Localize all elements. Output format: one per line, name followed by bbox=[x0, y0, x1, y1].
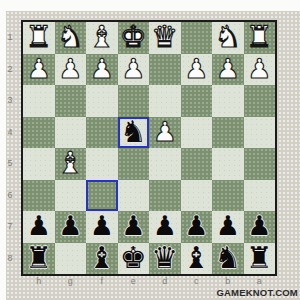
square-a4[interactable] bbox=[244, 117, 276, 149]
square-a3[interactable] bbox=[244, 85, 276, 117]
square-e6[interactable] bbox=[118, 180, 150, 212]
square-a1[interactable]: ♜ bbox=[244, 22, 276, 54]
square-g6[interactable] bbox=[55, 180, 87, 212]
rank-label-4: 4 bbox=[2, 117, 18, 149]
square-h2[interactable]: ♟ bbox=[23, 54, 55, 86]
square-g4[interactable] bbox=[55, 117, 87, 149]
square-h4[interactable] bbox=[23, 117, 55, 149]
square-c5[interactable] bbox=[181, 148, 213, 180]
file-label-a: a bbox=[244, 276, 276, 286]
black-bishop-f8[interactable]: ♝ bbox=[88, 243, 115, 274]
square-e5[interactable] bbox=[118, 148, 150, 180]
square-b5[interactable] bbox=[212, 148, 244, 180]
square-b3[interactable] bbox=[212, 85, 244, 117]
black-rook-a8[interactable]: ♜ bbox=[246, 243, 273, 274]
square-e2[interactable]: ♟ bbox=[118, 54, 150, 86]
white-queen-d1[interactable]: ♛ bbox=[151, 22, 178, 53]
black-bishop-c8[interactable]: ♝ bbox=[183, 243, 210, 274]
square-b1[interactable]: ♞ bbox=[212, 22, 244, 54]
square-g3[interactable] bbox=[55, 85, 87, 117]
white-pawn-c2[interactable]: ♟ bbox=[184, 54, 208, 85]
chess-board-frame: ♜♞♝♚♛♞♜♟♟♟♟♟♟♟♞♟♝♟♟♟♟♟♟♟♟♜♝♚♛♝♞♜ bbox=[21, 20, 277, 276]
square-b4[interactable] bbox=[212, 117, 244, 149]
square-a2[interactable]: ♟ bbox=[244, 54, 276, 86]
rank-label-1: 1 bbox=[2, 22, 18, 54]
square-f5[interactable] bbox=[86, 148, 118, 180]
black-pawn-e7[interactable]: ♟ bbox=[121, 211, 145, 242]
square-e1[interactable]: ♚ bbox=[118, 22, 150, 54]
square-d6[interactable] bbox=[149, 180, 181, 212]
square-d2[interactable] bbox=[149, 54, 181, 86]
square-d7[interactable]: ♟ bbox=[149, 211, 181, 243]
square-g2[interactable]: ♟ bbox=[55, 54, 87, 86]
white-pawn-a2[interactable]: ♟ bbox=[247, 54, 271, 85]
white-king-e1[interactable]: ♚ bbox=[120, 22, 147, 53]
square-c2[interactable]: ♟ bbox=[181, 54, 213, 86]
black-pawn-d7[interactable]: ♟ bbox=[153, 211, 177, 242]
black-rook-h8[interactable]: ♜ bbox=[25, 243, 52, 274]
rank-label-7: 7 bbox=[2, 211, 18, 243]
square-a7[interactable]: ♟ bbox=[244, 211, 276, 243]
square-f2[interactable]: ♟ bbox=[86, 54, 118, 86]
square-c6[interactable] bbox=[181, 180, 213, 212]
square-h5[interactable] bbox=[23, 148, 55, 180]
square-c7[interactable]: ♟ bbox=[181, 211, 213, 243]
square-f3[interactable] bbox=[86, 85, 118, 117]
file-label-f: f bbox=[86, 276, 118, 286]
square-e8[interactable]: ♚ bbox=[118, 243, 150, 275]
square-f1[interactable]: ♝ bbox=[86, 22, 118, 54]
white-pawn-b2[interactable]: ♟ bbox=[216, 54, 240, 85]
rank-label-5: 5 bbox=[2, 148, 18, 180]
rank-label-6: 6 bbox=[2, 180, 18, 212]
file-label-g: g bbox=[55, 276, 87, 286]
black-pawn-g7[interactable]: ♟ bbox=[58, 211, 82, 242]
square-g8[interactable] bbox=[55, 243, 87, 275]
square-c8[interactable]: ♝ bbox=[181, 243, 213, 275]
square-b2[interactable]: ♟ bbox=[212, 54, 244, 86]
square-e4[interactable]: ♞ bbox=[118, 117, 150, 149]
black-pawn-c7[interactable]: ♟ bbox=[184, 211, 208, 242]
square-e7[interactable]: ♟ bbox=[118, 211, 150, 243]
site-watermark: GAMEKNOT.COM bbox=[216, 287, 298, 298]
chess-board: ♜♞♝♚♛♞♜♟♟♟♟♟♟♟♞♟♝♟♟♟♟♟♟♟♟♜♝♚♛♝♞♜ bbox=[23, 22, 275, 274]
square-b8[interactable]: ♞ bbox=[212, 243, 244, 275]
white-bishop-f1[interactable]: ♝ bbox=[88, 22, 115, 53]
black-pawn-b7[interactable]: ♟ bbox=[216, 211, 240, 242]
file-label-d: d bbox=[149, 276, 181, 286]
white-pawn-d4[interactable]: ♟ bbox=[153, 117, 177, 148]
square-h1[interactable]: ♜ bbox=[23, 22, 55, 54]
rank-label-8: 8 bbox=[2, 243, 18, 275]
white-bishop-g5[interactable]: ♝ bbox=[57, 148, 84, 179]
square-g5[interactable]: ♝ bbox=[55, 148, 87, 180]
rank-label-3: 3 bbox=[2, 85, 18, 117]
white-knight-b1[interactable]: ♞ bbox=[214, 22, 241, 53]
square-c1[interactable] bbox=[181, 22, 213, 54]
square-f6[interactable] bbox=[86, 180, 118, 212]
square-b7[interactable]: ♟ bbox=[212, 211, 244, 243]
square-h6[interactable] bbox=[23, 180, 55, 212]
white-pawn-f2[interactable]: ♟ bbox=[90, 54, 114, 85]
file-label-e: e bbox=[118, 276, 150, 286]
square-f7[interactable]: ♟ bbox=[86, 211, 118, 243]
square-c3[interactable] bbox=[181, 85, 213, 117]
file-label-b: b bbox=[212, 276, 244, 286]
black-queen-d8[interactable]: ♛ bbox=[151, 243, 178, 274]
square-d1[interactable]: ♛ bbox=[149, 22, 181, 54]
square-e3[interactable] bbox=[118, 85, 150, 117]
square-d5[interactable] bbox=[149, 148, 181, 180]
square-a6[interactable] bbox=[244, 180, 276, 212]
square-h8[interactable]: ♜ bbox=[23, 243, 55, 275]
black-pawn-a7[interactable]: ♟ bbox=[247, 211, 271, 242]
file-label-c: c bbox=[181, 276, 213, 286]
white-rook-h1[interactable]: ♜ bbox=[25, 22, 52, 53]
file-label-h: h bbox=[23, 276, 55, 286]
square-h7[interactable]: ♟ bbox=[23, 211, 55, 243]
square-g7[interactable]: ♟ bbox=[55, 211, 87, 243]
rank-label-2: 2 bbox=[2, 54, 18, 86]
square-a8[interactable]: ♜ bbox=[244, 243, 276, 275]
square-d3[interactable] bbox=[149, 85, 181, 117]
square-a5[interactable] bbox=[244, 148, 276, 180]
black-pawn-h7[interactable]: ♟ bbox=[27, 211, 51, 242]
square-h3[interactable] bbox=[23, 85, 55, 117]
square-g1[interactable]: ♞ bbox=[55, 22, 87, 54]
white-rook-a1[interactable]: ♜ bbox=[246, 22, 273, 53]
square-f4[interactable] bbox=[86, 117, 118, 149]
square-c4[interactable] bbox=[181, 117, 213, 149]
square-d8[interactable]: ♛ bbox=[149, 243, 181, 275]
white-pawn-e2[interactable]: ♟ bbox=[121, 54, 145, 85]
square-b6[interactable] bbox=[212, 180, 244, 212]
white-pawn-h2[interactable]: ♟ bbox=[27, 54, 51, 85]
black-king-e8[interactable]: ♚ bbox=[120, 243, 147, 274]
black-pawn-f7[interactable]: ♟ bbox=[90, 211, 114, 242]
black-knight-e4[interactable]: ♞ bbox=[120, 117, 147, 148]
white-knight-g1[interactable]: ♞ bbox=[57, 22, 84, 53]
square-f8[interactable]: ♝ bbox=[86, 243, 118, 275]
white-pawn-g2[interactable]: ♟ bbox=[58, 54, 82, 85]
square-d4[interactable]: ♟ bbox=[149, 117, 181, 149]
black-knight-b8[interactable]: ♞ bbox=[214, 243, 241, 274]
